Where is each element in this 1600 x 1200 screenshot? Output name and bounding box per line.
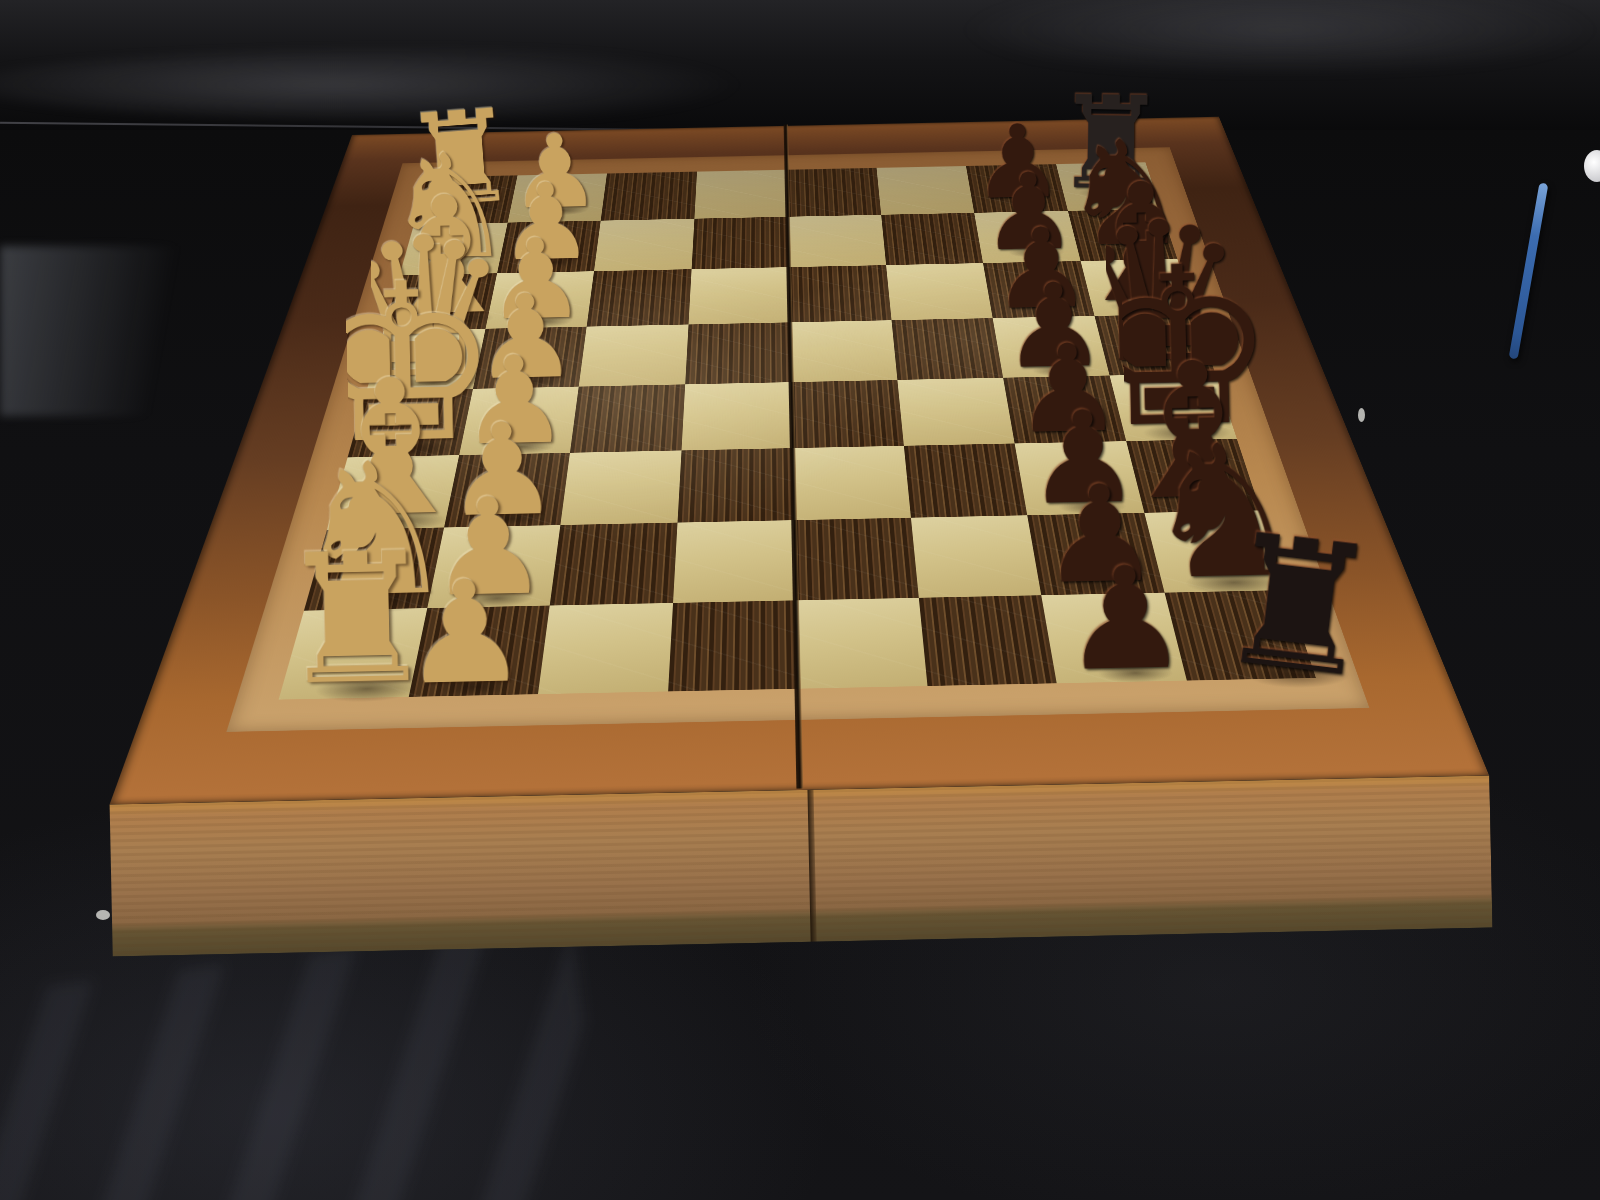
photo-scene: ♜♞♝♛♚♝♞♜♟♟♟♟♟♟♟♟♟♟♟♟♟♟♟♟♜♞♝♛♚♝♞♜ xyxy=(0,0,1600,1200)
playfield xyxy=(279,162,1317,699)
chess-board: ♜♞♝♛♚♝♞♜♟♟♟♟♟♟♟♟♟♟♟♟♟♟♟♟♜♞♝♛♚♝♞♜ xyxy=(110,117,1490,805)
board-sheen xyxy=(279,162,1317,699)
board-tilt-wrapper: ♜♞♝♛♚♝♞♜♟♟♟♟♟♟♟♟♟♟♟♟♟♟♟♟♜♞♝♛♚♝♞♜ xyxy=(0,0,1600,1200)
board-front-edge xyxy=(110,776,1493,957)
front-fold-seam xyxy=(807,790,816,942)
